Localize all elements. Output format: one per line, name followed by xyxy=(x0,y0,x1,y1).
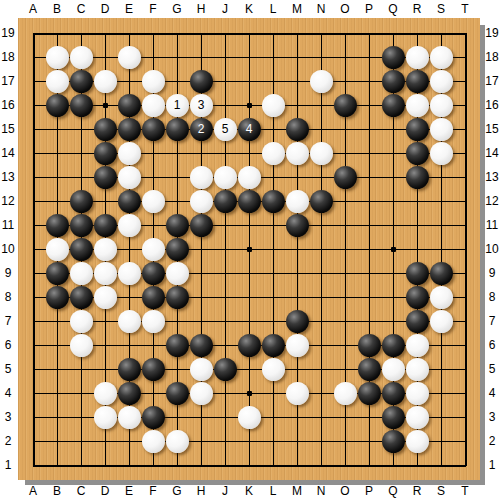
coord-label-bottom-F: F xyxy=(144,483,162,499)
stone-black-C11 xyxy=(70,214,93,237)
stone-white-K3 xyxy=(238,406,261,429)
stone-white-R5 xyxy=(406,358,429,381)
stone-black-S9 xyxy=(430,262,453,285)
stone-white-E3 xyxy=(118,406,141,429)
stone-white-D17 xyxy=(94,70,117,93)
stone-white-L16 xyxy=(262,94,285,117)
stone-black-G8 xyxy=(166,286,189,309)
coord-label-right-4: 4 xyxy=(484,385,500,401)
coord-label-left-18: 18 xyxy=(0,49,16,65)
stone-white-E18 xyxy=(118,46,141,69)
coord-label-bottom-O: O xyxy=(336,483,354,499)
stone-black-E15 xyxy=(118,118,141,141)
coord-label-top-R: R xyxy=(408,1,426,17)
stone-black-H6 xyxy=(190,334,213,357)
stone-white-S14 xyxy=(430,142,453,165)
coord-label-left-1: 1 xyxy=(0,457,16,473)
stone-white-D3 xyxy=(94,406,117,429)
stone-white-R4 xyxy=(406,382,429,405)
stone-white-F2 xyxy=(142,430,165,453)
stone-black-B9 xyxy=(46,262,69,285)
stone-white-M12 xyxy=(286,190,309,213)
coord-label-right-8: 8 xyxy=(484,289,500,305)
stone-black-R8 xyxy=(406,286,429,309)
coord-label-top-K: K xyxy=(240,1,258,17)
stone-black-G4 xyxy=(166,382,189,405)
coord-label-right-2: 2 xyxy=(484,433,500,449)
stone-black-B16 xyxy=(46,94,69,117)
stone-black-E16 xyxy=(118,94,141,117)
coord-label-left-9: 9 xyxy=(0,265,16,281)
coord-label-top-P: P xyxy=(360,1,378,17)
stone-black-C16 xyxy=(70,94,93,117)
stone-black-Q3 xyxy=(382,406,405,429)
stone-white-H16: 3 xyxy=(190,94,213,117)
stone-white-H13 xyxy=(190,166,213,189)
stone-white-M4 xyxy=(286,382,309,405)
stone-black-E12 xyxy=(118,190,141,213)
coord-label-top-M: M xyxy=(288,1,306,17)
stone-white-G16: 1 xyxy=(166,94,189,117)
stone-black-D11 xyxy=(94,214,117,237)
stone-white-C18 xyxy=(70,46,93,69)
coord-label-top-B: B xyxy=(48,1,66,17)
stone-white-D4 xyxy=(94,382,117,405)
coord-label-bottom-R: R xyxy=(408,483,426,499)
stone-black-K15: 4 xyxy=(238,118,261,141)
stone-black-G15 xyxy=(166,118,189,141)
star-point-K16 xyxy=(247,103,252,108)
move-number-label: 5 xyxy=(222,122,229,136)
coord-label-top-C: C xyxy=(72,1,90,17)
stone-white-L14 xyxy=(262,142,285,165)
coord-label-right-5: 5 xyxy=(484,361,500,377)
stone-white-R6 xyxy=(406,334,429,357)
stone-white-F12 xyxy=(142,190,165,213)
coord-label-top-A: A xyxy=(24,1,42,17)
stone-white-B17 xyxy=(46,70,69,93)
stone-black-K12 xyxy=(238,190,261,213)
stone-black-L12 xyxy=(262,190,285,213)
coord-label-left-12: 12 xyxy=(0,193,16,209)
coord-label-right-12: 12 xyxy=(484,193,500,209)
coord-label-right-16: 16 xyxy=(484,97,500,113)
coord-label-bottom-G: G xyxy=(168,483,186,499)
stone-black-M15 xyxy=(286,118,309,141)
coord-label-top-S: S xyxy=(432,1,450,17)
coord-label-right-19: 19 xyxy=(484,25,500,41)
coord-label-bottom-S: S xyxy=(432,483,450,499)
stone-white-S8 xyxy=(430,286,453,309)
stone-white-R16 xyxy=(406,94,429,117)
stone-white-S7 xyxy=(430,310,453,333)
coord-label-top-D: D xyxy=(96,1,114,17)
coord-label-top-N: N xyxy=(312,1,330,17)
coord-label-left-11: 11 xyxy=(0,217,16,233)
coord-label-top-O: O xyxy=(336,1,354,17)
stone-black-D13 xyxy=(94,166,117,189)
star-point-K4 xyxy=(247,391,252,396)
star-point-Q10 xyxy=(391,247,396,252)
stone-white-K13 xyxy=(238,166,261,189)
coord-label-bottom-N: N xyxy=(312,483,330,499)
coord-label-bottom-E: E xyxy=(120,483,138,499)
stone-black-G6 xyxy=(166,334,189,357)
coord-label-right-18: 18 xyxy=(484,49,500,65)
coord-label-top-E: E xyxy=(120,1,138,17)
move-number-label: 3 xyxy=(198,98,205,112)
coord-label-left-3: 3 xyxy=(0,409,16,425)
stone-white-M14 xyxy=(286,142,309,165)
stone-black-Q17 xyxy=(382,70,405,93)
stone-black-R15 xyxy=(406,118,429,141)
coord-label-left-2: 2 xyxy=(0,433,16,449)
stone-black-H17 xyxy=(190,70,213,93)
stone-white-E7 xyxy=(118,310,141,333)
stone-black-K6 xyxy=(238,334,261,357)
coord-label-right-1: 1 xyxy=(484,457,500,473)
stone-black-L6 xyxy=(262,334,285,357)
stone-white-H4 xyxy=(190,382,213,405)
star-point-D16 xyxy=(103,103,108,108)
stone-white-D8 xyxy=(94,286,117,309)
stone-black-O13 xyxy=(334,166,357,189)
coord-label-top-Q: Q xyxy=(384,1,402,17)
coord-label-left-14: 14 xyxy=(0,145,16,161)
stone-white-R18 xyxy=(406,46,429,69)
stone-black-M11 xyxy=(286,214,309,237)
stone-black-H15: 2 xyxy=(190,118,213,141)
stone-black-D15 xyxy=(94,118,117,141)
stone-black-C8 xyxy=(70,286,93,309)
stone-white-S16 xyxy=(430,94,453,117)
coord-label-left-6: 6 xyxy=(0,337,16,353)
stone-white-H5 xyxy=(190,358,213,381)
stone-black-R9 xyxy=(406,262,429,285)
stone-black-P5 xyxy=(358,358,381,381)
coord-label-left-15: 15 xyxy=(0,121,16,137)
coord-label-bottom-K: K xyxy=(240,483,258,499)
goban[interactable]: 13254 xyxy=(18,18,480,480)
coord-label-left-13: 13 xyxy=(0,169,16,185)
stone-black-G10 xyxy=(166,238,189,261)
stone-white-B18 xyxy=(46,46,69,69)
move-number-label: 2 xyxy=(198,122,205,136)
go-diagram: ABCDEFGHJKLMNOPQRST ABCDEFGHJKLMNOPQRST … xyxy=(0,0,500,500)
stone-white-D9 xyxy=(94,262,117,285)
stone-white-G2 xyxy=(166,430,189,453)
coord-label-left-10: 10 xyxy=(0,241,16,257)
stone-black-J5 xyxy=(214,358,237,381)
stone-white-E13 xyxy=(118,166,141,189)
coord-label-left-19: 19 xyxy=(0,25,16,41)
star-point-K10 xyxy=(247,247,252,252)
stone-white-S15 xyxy=(430,118,453,141)
coord-label-bottom-A: A xyxy=(24,483,42,499)
stone-white-O4 xyxy=(334,382,357,405)
stone-white-C7 xyxy=(70,310,93,333)
coord-label-left-17: 17 xyxy=(0,73,16,89)
stone-black-C12 xyxy=(70,190,93,213)
stone-white-B10 xyxy=(46,238,69,261)
coord-label-top-H: H xyxy=(192,1,210,17)
coord-label-left-5: 5 xyxy=(0,361,16,377)
stone-white-G9 xyxy=(166,262,189,285)
stone-black-Q18 xyxy=(382,46,405,69)
stone-black-R13 xyxy=(406,166,429,189)
coord-label-bottom-L: L xyxy=(264,483,282,499)
stone-black-N12 xyxy=(310,190,333,213)
coord-label-left-7: 7 xyxy=(0,313,16,329)
stone-black-Q4 xyxy=(382,382,405,405)
stone-white-E9 xyxy=(118,262,141,285)
stone-black-F5 xyxy=(142,358,165,381)
coord-label-left-16: 16 xyxy=(0,97,16,113)
coord-label-bottom-D: D xyxy=(96,483,114,499)
stone-black-P6 xyxy=(358,334,381,357)
coord-label-left-8: 8 xyxy=(0,289,16,305)
stone-white-N14 xyxy=(310,142,333,165)
stone-black-Q6 xyxy=(382,334,405,357)
coord-label-right-15: 15 xyxy=(484,121,500,137)
stone-white-S17 xyxy=(430,70,453,93)
stone-black-Q16 xyxy=(382,94,405,117)
coord-label-right-6: 6 xyxy=(484,337,500,353)
stone-black-Q2 xyxy=(382,430,405,453)
coord-label-right-7: 7 xyxy=(484,313,500,329)
stone-black-F3 xyxy=(142,406,165,429)
stone-black-H11 xyxy=(190,214,213,237)
coord-label-right-13: 13 xyxy=(484,169,500,185)
stone-black-B11 xyxy=(46,214,69,237)
stone-white-F10 xyxy=(142,238,165,261)
stone-white-F7 xyxy=(142,310,165,333)
coord-label-left-4: 4 xyxy=(0,385,16,401)
stone-white-E11 xyxy=(118,214,141,237)
coord-label-right-17: 17 xyxy=(484,73,500,89)
stone-white-J15: 5 xyxy=(214,118,237,141)
coord-label-bottom-Q: Q xyxy=(384,483,402,499)
stone-black-E5 xyxy=(118,358,141,381)
stone-white-F17 xyxy=(142,70,165,93)
stone-white-R3 xyxy=(406,406,429,429)
stone-white-J13 xyxy=(214,166,237,189)
stone-white-F16 xyxy=(142,94,165,117)
coord-label-bottom-J: J xyxy=(216,483,234,499)
stone-black-R14 xyxy=(406,142,429,165)
coord-label-bottom-P: P xyxy=(360,483,378,499)
coord-label-right-9: 9 xyxy=(484,265,500,281)
coord-label-bottom-B: B xyxy=(48,483,66,499)
stone-white-L5 xyxy=(262,358,285,381)
stone-black-C17 xyxy=(70,70,93,93)
coord-label-top-F: F xyxy=(144,1,162,17)
stone-white-S18 xyxy=(430,46,453,69)
stone-black-F9 xyxy=(142,262,165,285)
stone-black-F15 xyxy=(142,118,165,141)
stone-black-P4 xyxy=(358,382,381,405)
stone-white-H12 xyxy=(190,190,213,213)
coord-label-right-14: 14 xyxy=(484,145,500,161)
stone-white-C9 xyxy=(70,262,93,285)
stone-white-C6 xyxy=(70,334,93,357)
stone-black-D14 xyxy=(94,142,117,165)
coord-label-top-T: T xyxy=(456,1,474,17)
stone-black-R17 xyxy=(406,70,429,93)
coord-label-right-3: 3 xyxy=(484,409,500,425)
stone-black-O16 xyxy=(334,94,357,117)
coord-label-bottom-H: H xyxy=(192,483,210,499)
coord-label-top-G: G xyxy=(168,1,186,17)
coord-label-right-10: 10 xyxy=(484,241,500,257)
stone-white-M6 xyxy=(286,334,309,357)
stone-white-Q5 xyxy=(382,358,405,381)
stone-black-F8 xyxy=(142,286,165,309)
coord-label-bottom-C: C xyxy=(72,483,90,499)
coord-label-bottom-T: T xyxy=(456,483,474,499)
stone-black-G11 xyxy=(166,214,189,237)
stone-white-N17 xyxy=(310,70,333,93)
move-number-label: 4 xyxy=(246,122,253,136)
stone-black-C10 xyxy=(70,238,93,261)
stone-black-J12 xyxy=(214,190,237,213)
coord-label-top-J: J xyxy=(216,1,234,17)
coord-label-top-L: L xyxy=(264,1,282,17)
stone-black-R7 xyxy=(406,310,429,333)
stone-black-M7 xyxy=(286,310,309,333)
move-number-label: 1 xyxy=(174,98,181,112)
coord-label-right-11: 11 xyxy=(484,217,500,233)
stone-white-E14 xyxy=(118,142,141,165)
stone-white-R2 xyxy=(406,430,429,453)
stone-white-D10 xyxy=(94,238,117,261)
coord-label-bottom-M: M xyxy=(288,483,306,499)
stone-black-B8 xyxy=(46,286,69,309)
stone-black-E4 xyxy=(118,382,141,405)
